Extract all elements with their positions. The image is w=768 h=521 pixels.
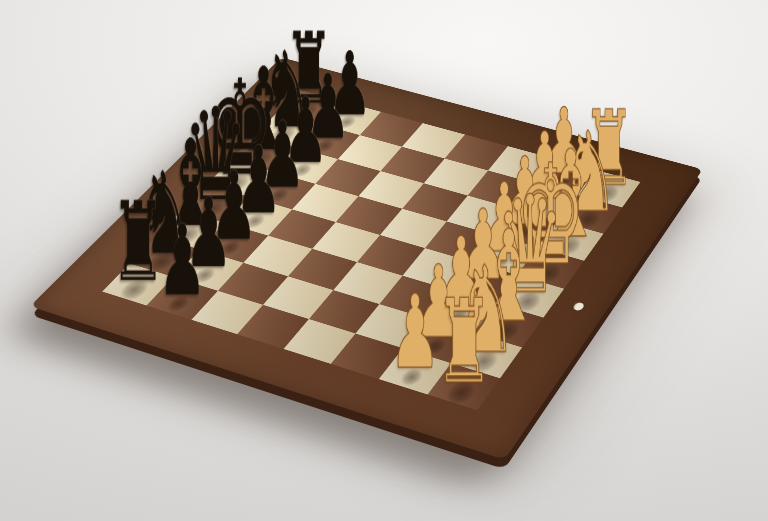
square-b5[interactable] — [263, 276, 333, 319]
white-pawn-glyph: ♟ — [390, 282, 441, 384]
brand-inlay-dot-icon — [572, 301, 586, 311]
black-pawn-glyph: ♟ — [158, 212, 207, 309]
square-b4[interactable] — [309, 290, 380, 333]
chessboard: ♜♞♝♛♚♝♞♜♟♟♟♟♟♟♟♟♟♟♟♟♟♟♟♟♜♞♝♛♚♝♞♜ — [30, 57, 703, 460]
scene: ♜♞♝♛♚♝♞♜♟♟♟♟♟♟♟♟♟♟♟♟♟♟♟♟♜♞♝♛♚♝♞♜ — [0, 0, 768, 521]
square-a4[interactable] — [284, 319, 356, 364]
white-rook-glyph: ♜ — [435, 285, 493, 400]
square-a5[interactable] — [237, 305, 309, 349]
square-c5[interactable] — [288, 249, 357, 290]
